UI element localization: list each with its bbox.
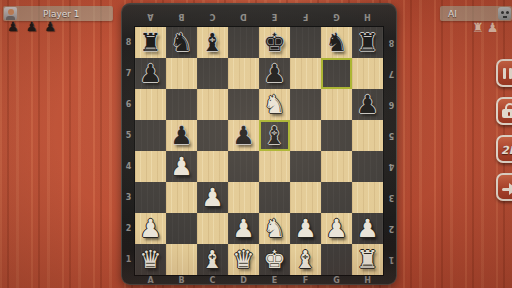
rank-label-left-8: 8 [122,27,135,58]
rank-label-right-1: 1 [385,244,398,275]
file-label-bottom-D: D [228,275,259,285]
square-d8[interactable] [228,27,259,58]
rank-label-left-1: 1 [122,244,135,275]
black-bishop-c8: ♝ [197,27,228,58]
black-rook-a8: ♜ [135,27,166,58]
square-g1[interactable] [321,244,352,275]
square-f2[interactable]: ♟ [290,213,321,244]
square-d1[interactable]: ♛ [228,244,259,275]
square-d2[interactable]: ♟ [228,213,259,244]
white-queen-d1: ♛ [228,244,259,275]
square-c8[interactable]: ♝ [197,27,228,58]
rank-label-left-5: 5 [122,120,135,151]
square-b6[interactable] [166,89,197,120]
file-label-top-G: G [321,9,352,25]
black-pawn-b5: ♟ [166,120,197,151]
square-a6[interactable] [135,89,166,120]
file-label-top-E: E [259,9,290,25]
file-labels-bottom: ABCDEFGH [135,275,383,285]
square-a2[interactable]: ♟ [135,213,166,244]
square-b7[interactable] [166,58,197,89]
square-c6[interactable] [197,89,228,120]
square-g4[interactable] [321,151,352,182]
square-f6[interactable] [290,89,321,120]
square-c4[interactable] [197,151,228,182]
captured-white-rook: ♜ [472,20,484,35]
square-f5[interactable] [290,120,321,151]
square-a7[interactable]: ♟ [135,58,166,89]
lock-button[interactable] [496,97,512,125]
white-pawn-c3: ♟ [197,182,228,213]
black-knight-g8: ♞ [321,27,352,58]
black-pawn-h6: ♟ [352,89,383,120]
chess-board: ♜♞♝♚♞♜♟♟♞♟♟♟♝♟♟♟♟♞♟♟♟♛♝♛♚♝♜ [135,27,383,275]
square-d7[interactable] [228,58,259,89]
square-g8[interactable]: ♞ [321,27,352,58]
square-c5[interactable] [197,120,228,151]
forward-button[interactable] [496,173,512,201]
captured-black-pawn: ♟ [44,19,56,34]
rank-label-right-7: 7 [385,58,398,89]
white-pawn-b4: ♟ [166,151,197,182]
square-g7[interactable] [321,58,352,89]
square-f1[interactable]: ♝ [290,244,321,275]
square-d6[interactable] [228,89,259,120]
square-h8[interactable]: ♜ [352,27,383,58]
white-pawn-h2: ♟ [352,213,383,244]
square-h6[interactable]: ♟ [352,89,383,120]
square-a1[interactable]: ♛ [135,244,166,275]
square-g6[interactable] [321,89,352,120]
square-g3[interactable] [321,182,352,213]
file-label-bottom-A: A [135,275,166,285]
rank-labels-left: 87654321 [122,27,135,275]
square-h3[interactable] [352,182,383,213]
square-e7[interactable]: ♟ [259,58,290,89]
rank-label-right-5: 5 [385,120,398,151]
black-pawn-e7: ♟ [259,58,290,89]
white-pawn-a2: ♟ [135,213,166,244]
pause-icon [503,68,506,79]
pause-button[interactable] [496,59,512,87]
player1-name: Player 1 [43,9,80,19]
square-b5[interactable]: ♟ [166,120,197,151]
rank-label-right-8: 8 [385,27,398,58]
square-d4[interactable] [228,151,259,182]
rank-label-left-2: 2 [122,213,135,244]
square-a5[interactable] [135,120,166,151]
square-e2[interactable]: ♞ [259,213,290,244]
square-f4[interactable] [290,151,321,182]
black-rook-h8: ♜ [352,27,383,58]
white-knight-e6: ♞ [259,89,290,120]
square-f8[interactable] [290,27,321,58]
rank-label-left-7: 7 [122,58,135,89]
file-label-top-H: H [352,9,383,25]
robot-icon [498,7,511,20]
white-pawn-d2: ♟ [228,213,259,244]
ai-bar: AI [440,6,512,21]
white-king-e1: ♚ [259,244,290,275]
captured-black-pawn: ♟ [7,19,19,34]
rank-label-right-4: 4 [385,151,398,182]
rank-label-right-3: 3 [385,182,398,213]
square-b3[interactable] [166,182,197,213]
square-a8[interactable]: ♜ [135,27,166,58]
square-b8[interactable]: ♞ [166,27,197,58]
captured-white-pawn: ♟ [487,20,499,35]
square-h4[interactable] [352,151,383,182]
forward-arrow-icon [502,183,512,195]
captured-by-player1-tray: ♟♟♟ [7,19,56,34]
rank-label-left-4: 4 [122,151,135,182]
square-g5[interactable] [321,120,352,151]
square-e8[interactable]: ♚ [259,27,290,58]
square-b1[interactable] [166,244,197,275]
black-pawn-d5: ♟ [228,120,259,151]
square-e5[interactable]: ♝ [259,120,290,151]
white-bishop-f1: ♝ [290,244,321,275]
file-label-bottom-F: F [290,275,321,285]
file-label-bottom-B: B [166,275,197,285]
lock-icon [502,103,512,119]
file-label-bottom-G: G [321,275,352,285]
black-pawn-a7: ♟ [135,58,166,89]
white-pawn-g2: ♟ [321,213,352,244]
captured-by-ai-tray: ♜♟ [472,20,498,35]
square-e4[interactable] [259,151,290,182]
view-2d-label: 2D [501,144,512,157]
square-a3[interactable] [135,182,166,213]
square-c1[interactable]: ♝ [197,244,228,275]
square-g2[interactable]: ♟ [321,213,352,244]
ai-name: AI [448,9,498,19]
square-f7[interactable] [290,58,321,89]
white-rook-h1: ♜ [352,244,383,275]
file-label-top-A: A [135,9,166,25]
rank-label-left-6: 6 [122,89,135,120]
black-king-e8: ♚ [259,27,290,58]
square-e1[interactable]: ♚ [259,244,290,275]
square-e6[interactable]: ♞ [259,89,290,120]
rank-label-right-6: 6 [385,89,398,120]
square-a4[interactable] [135,151,166,182]
rank-label-left-3: 3 [122,182,135,213]
chess-board-frame: ABCDEFGH ABCDEFGH 87654321 87654321 ♜♞♝♚… [121,3,397,285]
square-h2[interactable]: ♟ [352,213,383,244]
white-knight-e2: ♞ [259,213,290,244]
white-pawn-f2: ♟ [290,213,321,244]
square-h7[interactable] [352,58,383,89]
square-d5[interactable]: ♟ [228,120,259,151]
square-b4[interactable]: ♟ [166,151,197,182]
black-knight-b8: ♞ [166,27,197,58]
file-label-top-D: D [228,9,259,25]
rank-labels-right: 87654321 [385,27,398,275]
file-label-bottom-C: C [197,275,228,285]
file-label-top-C: C [197,9,228,25]
white-bishop-c1: ♝ [197,244,228,275]
file-label-bottom-E: E [259,275,290,285]
square-c3[interactable]: ♟ [197,182,228,213]
file-label-bottom-H: H [352,275,383,285]
file-label-top-B: B [166,9,197,25]
square-e3[interactable] [259,182,290,213]
square-b2[interactable] [166,213,197,244]
rank-label-right-2: 2 [385,213,398,244]
captured-black-pawn: ♟ [26,19,38,34]
black-bishop-e5: ♝ [259,120,290,151]
square-f3[interactable] [290,182,321,213]
square-c7[interactable] [197,58,228,89]
view-2d-button[interactable]: 2D [496,135,512,163]
square-c2[interactable] [197,213,228,244]
square-h5[interactable] [352,120,383,151]
file-label-top-F: F [290,9,321,25]
white-queen-a1: ♛ [135,244,166,275]
file-labels-top: ABCDEFGH [135,9,383,25]
square-d3[interactable] [228,182,259,213]
square-h1[interactable]: ♜ [352,244,383,275]
